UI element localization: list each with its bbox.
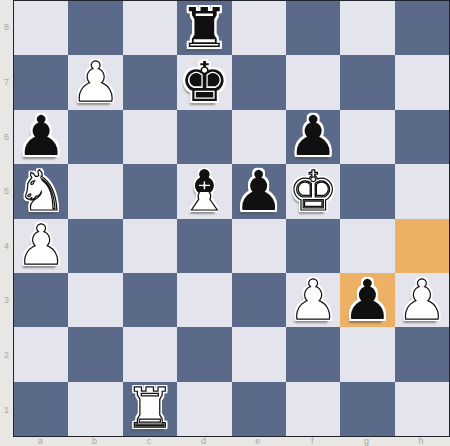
square-g6[interactable] — [340, 110, 394, 164]
square-c1[interactable]: ♜ — [123, 382, 177, 436]
square-c6[interactable] — [123, 110, 177, 164]
square-b4[interactable] — [68, 219, 122, 273]
square-b7[interactable]: ♟ — [68, 55, 122, 109]
file-label-b: b — [67, 437, 121, 446]
square-f5[interactable]: ♚ — [286, 164, 340, 218]
rank-label-5: 5 — [0, 164, 13, 219]
square-f7[interactable] — [286, 55, 340, 109]
square-a8[interactable] — [14, 1, 68, 55]
rank-label-2: 2 — [0, 328, 13, 383]
piece-black-king[interactable]: ♚ — [177, 55, 231, 109]
square-f4[interactable] — [286, 219, 340, 273]
file-label-d: d — [176, 437, 230, 446]
square-d6[interactable] — [177, 110, 231, 164]
square-a1[interactable] — [14, 382, 68, 436]
piece-white-pawn[interactable]: ♟ — [68, 55, 122, 109]
square-f6[interactable]: ♟ — [286, 110, 340, 164]
square-f8[interactable] — [286, 1, 340, 55]
square-a4[interactable]: ♟ — [14, 219, 68, 273]
square-c5[interactable] — [123, 164, 177, 218]
square-f3[interactable]: ♟ — [286, 273, 340, 327]
square-d5[interactable]: ♝♝ — [177, 164, 231, 218]
file-label-g: g — [339, 437, 393, 446]
square-b5[interactable] — [68, 164, 122, 218]
square-g1[interactable] — [340, 382, 394, 436]
file-label-h: h — [394, 437, 448, 446]
piece-white-rook[interactable]: ♜ — [123, 382, 177, 436]
square-g8[interactable] — [340, 1, 394, 55]
square-e5[interactable]: ♟ — [232, 164, 286, 218]
piece-white-bishop[interactable]: ♝ — [177, 164, 231, 218]
square-e4[interactable] — [232, 219, 286, 273]
piece-black-pawn[interactable]: ♟ — [286, 110, 340, 164]
square-e1[interactable] — [232, 382, 286, 436]
square-h8[interactable] — [395, 1, 449, 55]
square-h5[interactable] — [395, 164, 449, 218]
square-b3[interactable] — [68, 273, 122, 327]
square-d2[interactable] — [177, 327, 231, 381]
square-a5[interactable]: ♞ — [14, 164, 68, 218]
square-g2[interactable] — [340, 327, 394, 381]
square-h6[interactable] — [395, 110, 449, 164]
file-coordinates: abcdefgh — [0, 437, 450, 446]
square-a2[interactable] — [14, 327, 68, 381]
file-label-a: a — [13, 437, 67, 446]
rank-label-3: 3 — [0, 273, 13, 328]
square-h2[interactable] — [395, 327, 449, 381]
piece-white-pawn[interactable]: ♟ — [14, 219, 68, 273]
file-label-e: e — [231, 437, 285, 446]
square-d4[interactable] — [177, 219, 231, 273]
piece-white-king[interactable]: ♚ — [286, 164, 340, 218]
piece-white-pawn[interactable]: ♟ — [395, 273, 449, 327]
rank-label-6: 6 — [0, 109, 13, 164]
square-e2[interactable] — [232, 327, 286, 381]
square-g3[interactable]: ♟ — [340, 273, 394, 327]
piece-black-rook[interactable]: ♜ — [177, 1, 231, 55]
piece-white-pawn[interactable]: ♟ — [286, 273, 340, 327]
rank-label-8: 8 — [0, 0, 13, 55]
square-d3[interactable] — [177, 273, 231, 327]
file-label-f: f — [285, 437, 339, 446]
square-g7[interactable] — [340, 55, 394, 109]
piece-black-pawn[interactable]: ♟ — [232, 164, 286, 218]
square-c3[interactable] — [123, 273, 177, 327]
square-c2[interactable] — [123, 327, 177, 381]
square-f1[interactable] — [286, 382, 340, 436]
square-g4[interactable] — [340, 219, 394, 273]
square-b2[interactable] — [68, 327, 122, 381]
square-b8[interactable] — [68, 1, 122, 55]
piece-black-pawn[interactable]: ♟ — [340, 273, 394, 327]
file-label-c: c — [122, 437, 176, 446]
rank-label-7: 7 — [0, 55, 13, 110]
square-c7[interactable] — [123, 55, 177, 109]
rank-label-4: 4 — [0, 219, 13, 274]
square-d8[interactable]: ♜ — [177, 1, 231, 55]
square-g5[interactable] — [340, 164, 394, 218]
square-h7[interactable] — [395, 55, 449, 109]
square-a3[interactable] — [14, 273, 68, 327]
square-e3[interactable] — [232, 273, 286, 327]
square-e8[interactable] — [232, 1, 286, 55]
square-d7[interactable]: ♚ — [177, 55, 231, 109]
square-h3[interactable]: ♟ — [395, 273, 449, 327]
square-a7[interactable] — [14, 55, 68, 109]
square-c8[interactable] — [123, 1, 177, 55]
square-h1[interactable] — [395, 382, 449, 436]
piece-black-pawn[interactable]: ♟ — [14, 110, 68, 164]
square-a6[interactable]: ♟ — [14, 110, 68, 164]
square-c4[interactable] — [123, 219, 177, 273]
piece-white-knight[interactable]: ♞ — [14, 164, 68, 218]
square-h4[interactable] — [395, 219, 449, 273]
square-e6[interactable] — [232, 110, 286, 164]
rank-coordinates: 87654321 — [0, 0, 13, 437]
chess-app: 87654321 ♜♟♚♟♟♞♝♝♟♚♟♟♟♟♜ abcdefgh — [0, 0, 450, 446]
rank-label-1: 1 — [0, 382, 13, 437]
square-d1[interactable] — [177, 382, 231, 436]
square-f2[interactable] — [286, 327, 340, 381]
chess-board: ♜♟♚♟♟♞♝♝♟♚♟♟♟♟♜ — [13, 0, 450, 437]
square-b6[interactable] — [68, 110, 122, 164]
square-e7[interactable] — [232, 55, 286, 109]
square-b1[interactable] — [68, 382, 122, 436]
